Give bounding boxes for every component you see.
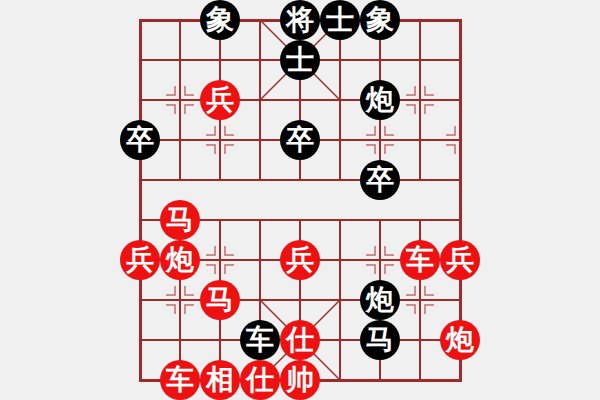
red-chariot[interactable]: 车	[160, 360, 200, 400]
red-advisor[interactable]: 仕	[280, 320, 320, 360]
red-cannon[interactable]: 炮	[440, 320, 480, 360]
black-horse[interactable]: 马	[360, 320, 400, 360]
black-chariot[interactable]: 车	[240, 320, 280, 360]
red-chariot[interactable]: 车	[400, 240, 440, 280]
red-pawn[interactable]: 兵	[200, 80, 240, 120]
black-cannon[interactable]: 炮	[360, 80, 400, 120]
black-advisor[interactable]: 士	[280, 40, 320, 80]
black-cannon[interactable]: 炮	[360, 280, 400, 320]
red-cannon[interactable]: 炮	[160, 240, 200, 280]
black-elephant[interactable]: 象	[200, 0, 240, 40]
red-horse[interactable]: 马	[200, 280, 240, 320]
red-pawn[interactable]: 兵	[280, 240, 320, 280]
black-pawn[interactable]: 卒	[360, 160, 400, 200]
black-general[interactable]: 将	[280, 0, 320, 40]
red-elephant[interactable]: 相	[200, 360, 240, 400]
xiangqi-diagram: 象将士象士兵炮卒卒卒马兵炮兵车兵马炮车仕马炮车相仕帅	[0, 0, 600, 400]
black-pawn[interactable]: 卒	[120, 120, 160, 160]
black-pawn[interactable]: 卒	[280, 120, 320, 160]
red-pawn[interactable]: 兵	[440, 240, 480, 280]
red-advisor[interactable]: 仕	[240, 360, 280, 400]
red-general[interactable]: 帅	[280, 360, 320, 400]
red-horse[interactable]: 马	[160, 200, 200, 240]
red-pawn[interactable]: 兵	[120, 240, 160, 280]
black-elephant[interactable]: 象	[360, 0, 400, 40]
black-advisor[interactable]: 士	[320, 0, 360, 40]
